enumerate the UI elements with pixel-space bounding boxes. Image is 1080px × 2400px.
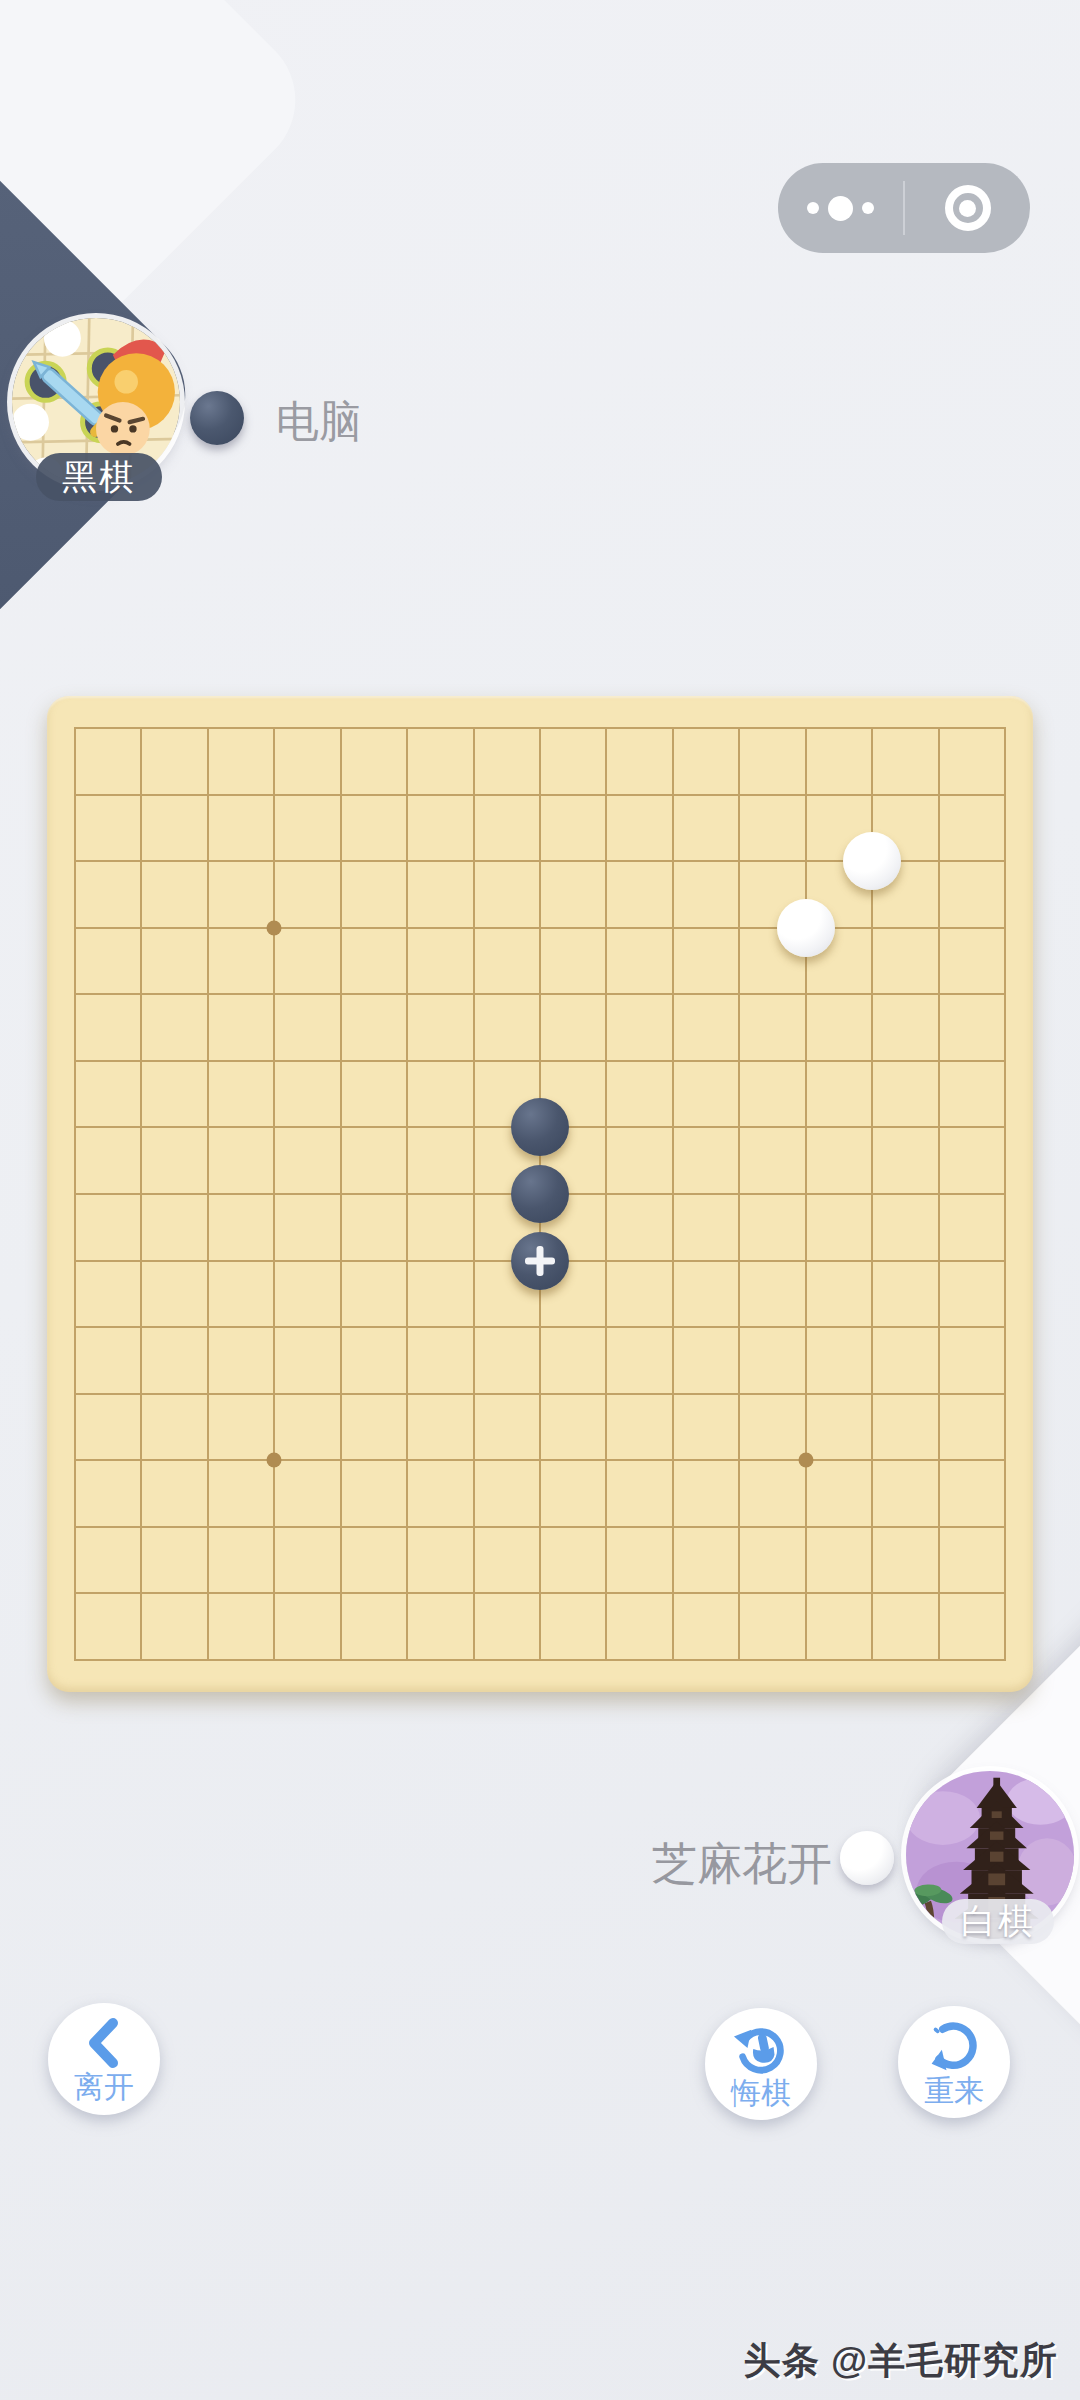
board-grid[interactable]: [74, 727, 1006, 1661]
watermark-text: 头条 @羊毛研究所: [744, 2336, 1058, 2386]
more-button[interactable]: [778, 163, 903, 253]
restart-arrow-icon: [926, 2018, 982, 2074]
star-point: [798, 1453, 813, 1468]
restart-button-label: 重来: [924, 2076, 984, 2106]
restart-button[interactable]: 重来: [898, 2006, 1010, 2118]
black-player-name: 电脑: [276, 393, 362, 451]
white-stone-indicator: [840, 1831, 894, 1885]
white-player-name: 芝麻花开: [560, 1834, 832, 1894]
leave-button[interactable]: 离开: [48, 2003, 160, 2115]
back-chevron-icon: [82, 2016, 126, 2070]
black-stone: [511, 1232, 569, 1290]
star-point: [267, 920, 282, 935]
gomoku-board: [47, 696, 1033, 1692]
capsule-target-icon: [945, 185, 991, 231]
undo-button-label: 悔棋: [731, 2078, 791, 2108]
star-point: [267, 1453, 282, 1468]
last-move-marker: [511, 1232, 569, 1290]
black-stone: [511, 1098, 569, 1156]
white-stone: [843, 832, 901, 890]
close-minimize-button[interactable]: [905, 163, 1030, 253]
wechat-capsule: [778, 163, 1030, 253]
game-screen: 黑棋 电脑 芝麻花开: [0, 0, 1080, 2400]
black-side-badge: 黑棋: [36, 453, 162, 501]
white-side-label: 白棋: [961, 1898, 1035, 1945]
black-stone-indicator: [190, 391, 244, 445]
undo-button[interactable]: 悔棋: [705, 2008, 817, 2120]
undo-hand-icon: [732, 2020, 790, 2076]
leave-button-label: 离开: [74, 2072, 134, 2102]
more-icon: [807, 196, 874, 221]
black-stone: [511, 1165, 569, 1223]
black-side-label: 黑棋: [62, 454, 136, 501]
white-stone: [777, 899, 835, 957]
white-side-badge: 白棋: [942, 1899, 1054, 1944]
